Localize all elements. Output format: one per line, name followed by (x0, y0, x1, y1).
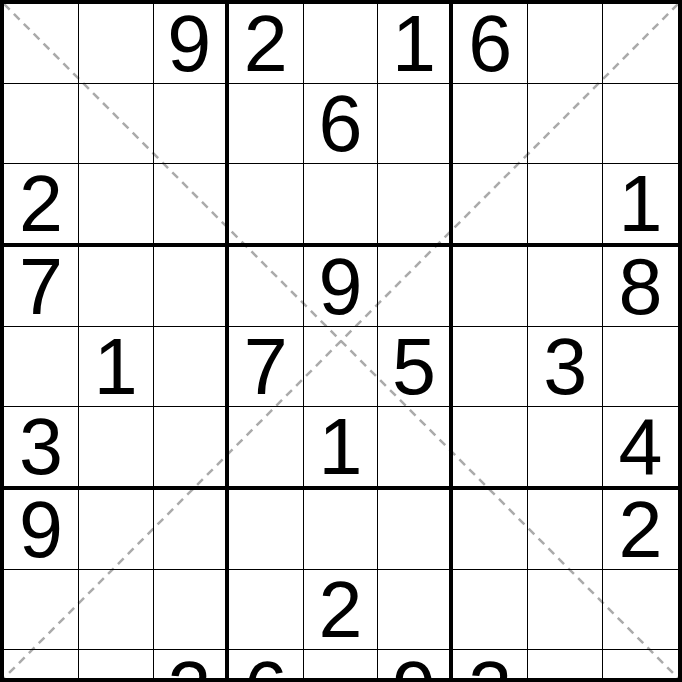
cell-r2c4-empty[interactable] (229, 84, 304, 164)
cell-r3c2-empty[interactable] (79, 164, 154, 247)
cell-r9c3-given[interactable]: 2 (154, 650, 229, 682)
cell-r3c1-given[interactable]: 2 (4, 164, 79, 247)
cell-r7c2-empty[interactable] (79, 490, 154, 570)
cell-r3c8-empty[interactable] (528, 164, 603, 247)
cell-r2c1-empty[interactable] (4, 84, 79, 164)
cell-r9c2-empty[interactable] (79, 650, 154, 682)
cell-r4c7-empty[interactable] (453, 247, 528, 327)
cell-r9c5-empty[interactable] (304, 650, 379, 682)
cell-r6c2-empty[interactable] (79, 407, 154, 490)
cell-r6c7-empty[interactable] (453, 407, 528, 490)
cell-r6c8-empty[interactable] (528, 407, 603, 490)
cell-r1c4-given[interactable]: 2 (229, 4, 304, 84)
cell-r7c5-empty[interactable] (304, 490, 379, 570)
cell-r8c3-empty[interactable] (154, 570, 229, 650)
cell-r5c3-empty[interactable] (154, 327, 229, 407)
cell-r1c1-empty[interactable] (4, 4, 79, 84)
cell-r8c7-empty[interactable] (453, 570, 528, 650)
cell-r2c5-given[interactable]: 6 (304, 84, 379, 164)
cell-r6c1-given[interactable]: 3 (4, 407, 79, 490)
cell-r5c1-empty[interactable] (4, 327, 79, 407)
cell-r3c5-empty[interactable] (304, 164, 379, 247)
cell-r8c2-empty[interactable] (79, 570, 154, 650)
cell-r9c7-given[interactable]: 3 (453, 650, 528, 682)
cell-r5c8-given[interactable]: 3 (528, 327, 603, 407)
cell-r4c2-empty[interactable] (79, 247, 154, 327)
cell-r2c3-empty[interactable] (154, 84, 229, 164)
cell-r4c8-empty[interactable] (528, 247, 603, 327)
cell-r7c8-empty[interactable] (528, 490, 603, 570)
cell-r1c5-empty[interactable] (304, 4, 379, 84)
cell-r1c3-given[interactable]: 9 (154, 4, 229, 84)
cell-r6c4-empty[interactable] (229, 407, 304, 490)
cell-r6c5-given[interactable]: 1 (304, 407, 379, 490)
cell-r8c8-empty[interactable] (528, 570, 603, 650)
cell-r2c9-empty[interactable] (603, 84, 678, 164)
cell-r1c8-empty[interactable] (528, 4, 603, 84)
cell-r2c7-empty[interactable] (453, 84, 528, 164)
cell-r7c9-given[interactable]: 2 (603, 490, 678, 570)
cell-r4c4-empty[interactable] (229, 247, 304, 327)
cell-r7c3-empty[interactable] (154, 490, 229, 570)
cell-r8c9-empty[interactable] (603, 570, 678, 650)
cell-r8c5-given[interactable]: 2 (304, 570, 379, 650)
cell-r3c9-given[interactable]: 1 (603, 164, 678, 247)
cell-r8c1-empty[interactable] (4, 570, 79, 650)
cell-r5c6-given[interactable]: 5 (378, 327, 453, 407)
cell-r9c4-given[interactable]: 6 (229, 650, 304, 682)
cell-r7c4-empty[interactable] (229, 490, 304, 570)
cell-r2c6-empty[interactable] (378, 84, 453, 164)
cell-r1c2-empty[interactable] (79, 4, 154, 84)
cell-r3c3-empty[interactable] (154, 164, 229, 247)
sudoku-grid: 921662179817533149222693 (4, 4, 678, 678)
cell-r7c1-given[interactable]: 9 (4, 490, 79, 570)
cell-r4c1-given[interactable]: 7 (4, 247, 79, 327)
cell-r4c3-empty[interactable] (154, 247, 229, 327)
cell-r4c9-given[interactable]: 8 (603, 247, 678, 327)
cell-r9c1-empty[interactable] (4, 650, 79, 682)
cell-r1c6-given[interactable]: 1 (378, 4, 453, 84)
cell-r9c6-given[interactable]: 9 (378, 650, 453, 682)
cell-r4c5-given[interactable]: 9 (304, 247, 379, 327)
cell-r8c4-empty[interactable] (229, 570, 304, 650)
cell-r6c6-empty[interactable] (378, 407, 453, 490)
cell-r6c9-given[interactable]: 4 (603, 407, 678, 490)
cell-r7c7-empty[interactable] (453, 490, 528, 570)
cell-r3c4-empty[interactable] (229, 164, 304, 247)
cell-r4c6-empty[interactable] (378, 247, 453, 327)
cell-r9c9-empty[interactable] (603, 650, 678, 682)
cell-r3c7-empty[interactable] (453, 164, 528, 247)
cell-r5c5-empty[interactable] (304, 327, 379, 407)
cell-r1c9-empty[interactable] (603, 4, 678, 84)
cell-r9c8-empty[interactable] (528, 650, 603, 682)
cell-r5c4-given[interactable]: 7 (229, 327, 304, 407)
cell-r7c6-empty[interactable] (378, 490, 453, 570)
cell-r8c6-empty[interactable] (378, 570, 453, 650)
cell-r5c9-empty[interactable] (603, 327, 678, 407)
cell-r5c2-given[interactable]: 1 (79, 327, 154, 407)
cell-r1c7-given[interactable]: 6 (453, 4, 528, 84)
cell-r5c7-empty[interactable] (453, 327, 528, 407)
cell-r3c6-empty[interactable] (378, 164, 453, 247)
cell-r2c2-empty[interactable] (79, 84, 154, 164)
sudoku-board: 921662179817533149222693 (0, 0, 682, 682)
cell-r6c3-empty[interactable] (154, 407, 229, 490)
cell-r2c8-empty[interactable] (528, 84, 603, 164)
